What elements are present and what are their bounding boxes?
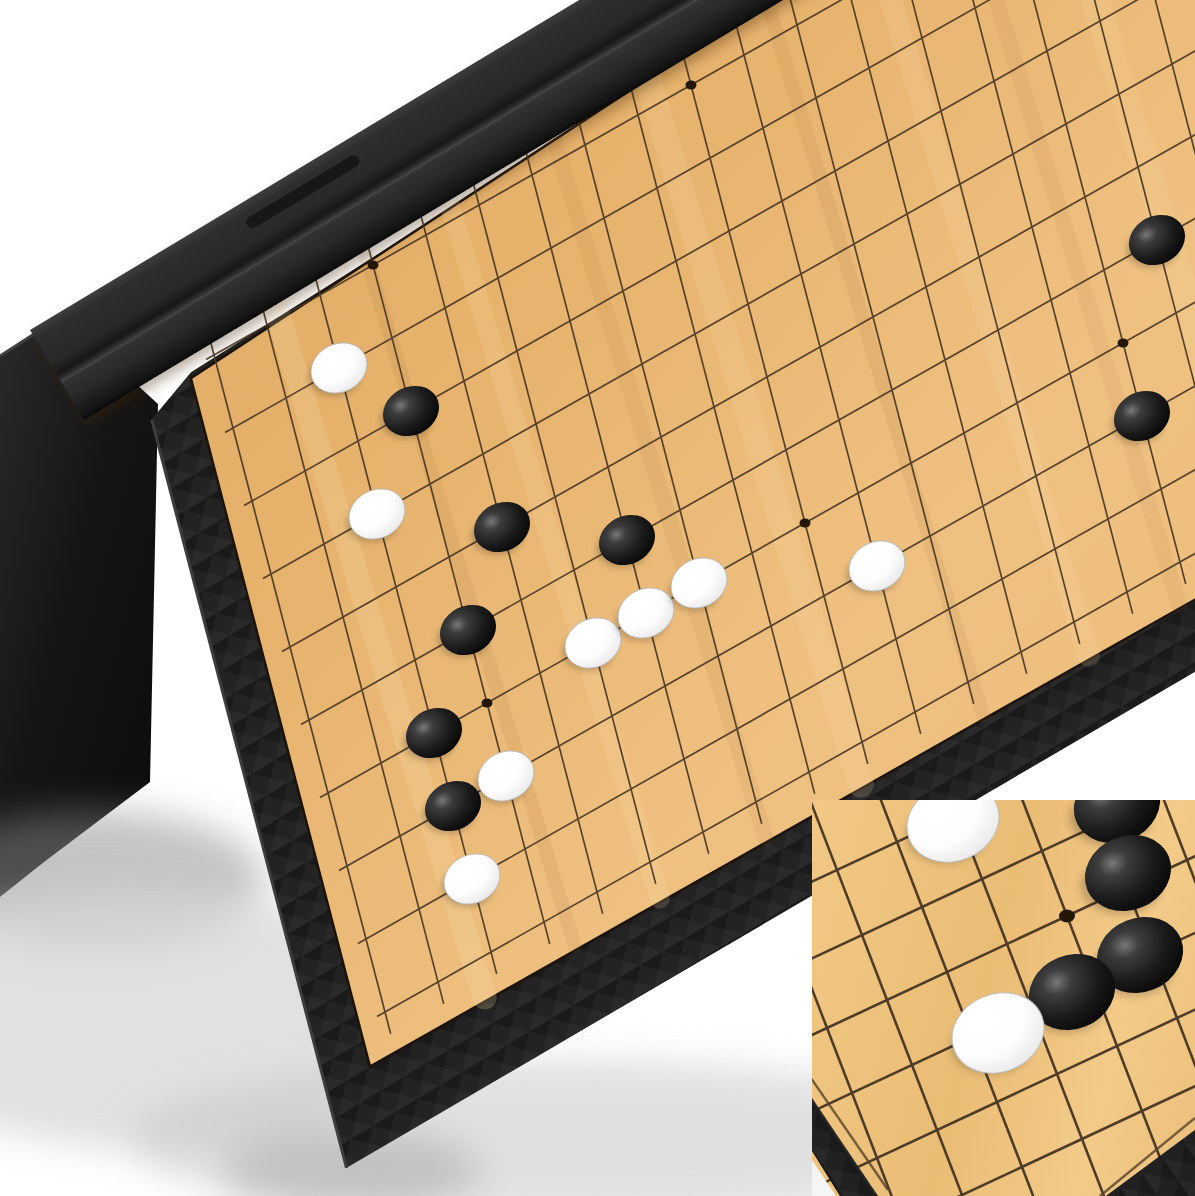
inset-photo: [812, 800, 1195, 1196]
star-point: [482, 699, 493, 708]
inset-board-svg: [812, 800, 1195, 1196]
star-point: [1118, 339, 1129, 348]
inset-star-point: [1059, 910, 1075, 923]
inset-frame-texture: [1106, 1130, 1195, 1196]
inset-stone-white: [895, 800, 1011, 876]
star-point: [800, 519, 811, 528]
product-photo: [0, 0, 1195, 1196]
star-point: [686, 81, 697, 90]
star-point: [368, 261, 379, 270]
